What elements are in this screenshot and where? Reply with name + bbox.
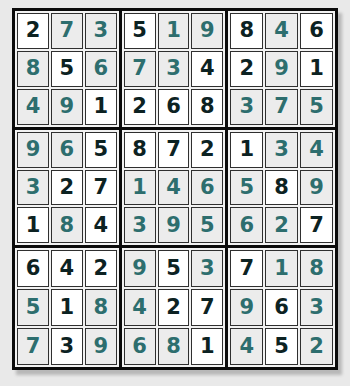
cell-r1c9[interactable]: 6: [300, 13, 333, 49]
sudoku-box-7: 642518739: [15, 248, 122, 367]
cell-r3c1[interactable]: 4: [17, 89, 49, 125]
cell-r2c7[interactable]: 2: [230, 51, 263, 87]
sudoku-box-8: 953427681: [122, 248, 229, 367]
sudoku-box-9: 718963452: [228, 248, 335, 367]
cell-r5c8[interactable]: 8: [265, 170, 298, 206]
cell-r5c9[interactable]: 9: [300, 170, 333, 206]
cell-r4c5[interactable]: 7: [158, 132, 190, 168]
cell-r4c6[interactable]: 2: [191, 132, 223, 168]
cell-r6c2[interactable]: 8: [51, 207, 83, 243]
cell-r9c5[interactable]: 8: [158, 328, 190, 365]
cell-r1c4[interactable]: 5: [124, 13, 156, 49]
cell-r9c7[interactable]: 4: [230, 328, 263, 365]
cell-r9c1[interactable]: 7: [17, 328, 49, 365]
cell-r7c9[interactable]: 8: [300, 250, 333, 287]
cell-r9c6[interactable]: 1: [191, 328, 223, 365]
cell-r4c3[interactable]: 5: [85, 132, 117, 168]
cell-r3c6[interactable]: 8: [191, 89, 223, 125]
cell-r1c7[interactable]: 8: [230, 13, 263, 49]
cell-r8c1[interactable]: 5: [17, 289, 49, 326]
cell-r2c4[interactable]: 7: [124, 51, 156, 87]
cell-r3c8[interactable]: 7: [265, 89, 298, 125]
cell-r6c8[interactable]: 2: [265, 207, 298, 243]
cell-r8c4[interactable]: 4: [124, 289, 156, 326]
cell-r8c8[interactable]: 6: [265, 289, 298, 326]
cell-r7c5[interactable]: 5: [158, 250, 190, 287]
cell-r2c8[interactable]: 9: [265, 51, 298, 87]
cell-r3c5[interactable]: 6: [158, 89, 190, 125]
cell-r5c2[interactable]: 2: [51, 170, 83, 206]
cell-r4c4[interactable]: 8: [124, 132, 156, 168]
cell-r8c6[interactable]: 7: [191, 289, 223, 326]
cell-r5c6[interactable]: 6: [191, 170, 223, 206]
cell-r4c8[interactable]: 3: [265, 132, 298, 168]
cell-r1c5[interactable]: 1: [158, 13, 190, 49]
cell-r7c2[interactable]: 4: [51, 250, 83, 287]
sudoku-box-2: 519734268: [122, 11, 229, 130]
sudoku-box-5: 872146395: [122, 130, 229, 249]
cell-r5c5[interactable]: 4: [158, 170, 190, 206]
cell-r9c4[interactable]: 6: [124, 328, 156, 365]
cell-r4c1[interactable]: 9: [17, 132, 49, 168]
cell-r6c5[interactable]: 9: [158, 207, 190, 243]
cell-r2c2[interactable]: 5: [51, 51, 83, 87]
cell-r1c8[interactable]: 4: [265, 13, 298, 49]
cell-r7c3[interactable]: 2: [85, 250, 117, 287]
cell-r6c7[interactable]: 6: [230, 207, 263, 243]
cell-r4c2[interactable]: 6: [51, 132, 83, 168]
cell-r8c3[interactable]: 8: [85, 289, 117, 326]
cell-r8c2[interactable]: 1: [51, 289, 83, 326]
cell-r1c6[interactable]: 9: [191, 13, 223, 49]
cell-r7c8[interactable]: 1: [265, 250, 298, 287]
cell-r9c3[interactable]: 9: [85, 328, 117, 365]
cell-r6c3[interactable]: 4: [85, 207, 117, 243]
cell-r5c7[interactable]: 5: [230, 170, 263, 206]
cell-r4c9[interactable]: 4: [300, 132, 333, 168]
cell-r5c3[interactable]: 7: [85, 170, 117, 206]
sudoku-box-1: 273856491: [15, 11, 122, 130]
cell-r6c6[interactable]: 5: [191, 207, 223, 243]
cell-r3c2[interactable]: 9: [51, 89, 83, 125]
cell-r1c2[interactable]: 7: [51, 13, 83, 49]
cell-r2c1[interactable]: 8: [17, 51, 49, 87]
cell-r9c2[interactable]: 3: [51, 328, 83, 365]
cell-r5c4[interactable]: 1: [124, 170, 156, 206]
cell-r3c9[interactable]: 5: [300, 89, 333, 125]
cell-r3c3[interactable]: 1: [85, 89, 117, 125]
sudoku-box-4: 965327184: [15, 130, 122, 249]
cell-r2c5[interactable]: 3: [158, 51, 190, 87]
cell-r2c3[interactable]: 6: [85, 51, 117, 87]
cell-r8c7[interactable]: 9: [230, 289, 263, 326]
cell-r7c4[interactable]: 9: [124, 250, 156, 287]
sudoku-box-6: 134589627: [228, 130, 335, 249]
cell-r9c8[interactable]: 5: [265, 328, 298, 365]
cell-r5c1[interactable]: 3: [17, 170, 49, 206]
cell-r1c1[interactable]: 2: [17, 13, 49, 49]
cell-r2c9[interactable]: 1: [300, 51, 333, 87]
cell-r7c7[interactable]: 7: [230, 250, 263, 287]
cell-r6c1[interactable]: 1: [17, 207, 49, 243]
cell-r7c1[interactable]: 6: [17, 250, 49, 287]
cell-r8c5[interactable]: 2: [158, 289, 190, 326]
cell-r6c4[interactable]: 3: [124, 207, 156, 243]
cell-r4c7[interactable]: 1: [230, 132, 263, 168]
sudoku-box-3: 846291375: [228, 11, 335, 130]
cell-r9c9[interactable]: 2: [300, 328, 333, 365]
cell-r3c4[interactable]: 2: [124, 89, 156, 125]
cell-r3c7[interactable]: 3: [230, 89, 263, 125]
sudoku-board: 2738564915197342688462913759653271848721…: [12, 8, 338, 370]
cell-r1c3[interactable]: 3: [85, 13, 117, 49]
cell-r6c9[interactable]: 7: [300, 207, 333, 243]
cell-r8c9[interactable]: 3: [300, 289, 333, 326]
cell-r2c6[interactable]: 4: [191, 51, 223, 87]
cell-r7c6[interactable]: 3: [191, 250, 223, 287]
